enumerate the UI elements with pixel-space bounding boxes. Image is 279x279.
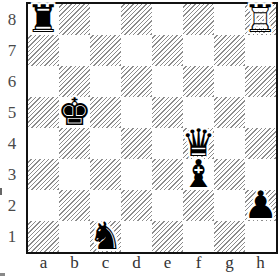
square-f8 xyxy=(183,4,214,35)
square-c3 xyxy=(90,159,121,190)
square-h4 xyxy=(245,128,276,159)
square-b1 xyxy=(59,221,90,252)
file-label-e: e xyxy=(152,253,183,273)
chess-diagram: 87654321 ♜♖♚♛♝♟♞ abcdefgh xyxy=(0,0,279,279)
rank-label-1: 1 xyxy=(0,221,24,252)
square-e2 xyxy=(152,190,183,221)
square-c7 xyxy=(90,35,121,66)
square-h8: ♖ xyxy=(245,4,276,35)
square-a8: ♜ xyxy=(28,4,59,35)
square-g6 xyxy=(214,66,245,97)
rank-label-3: 3 xyxy=(0,159,24,190)
chess-board: ♜♖♚♛♝♟♞ xyxy=(26,2,278,254)
square-c1: ♞ xyxy=(90,221,121,252)
square-g2 xyxy=(214,190,245,221)
square-e3 xyxy=(152,159,183,190)
file-label-h: h xyxy=(245,253,276,273)
square-b7 xyxy=(59,35,90,66)
square-a4 xyxy=(28,128,59,159)
black-queen-f4: ♛ xyxy=(181,128,215,159)
square-a5 xyxy=(28,97,59,128)
file-label-b: b xyxy=(59,253,90,273)
black-rook-a8: ♜ xyxy=(26,4,60,35)
square-f4: ♛ xyxy=(183,128,214,159)
square-c5 xyxy=(90,97,121,128)
square-d4 xyxy=(121,128,152,159)
black-bishop-f3: ♝ xyxy=(181,159,215,190)
square-g7 xyxy=(214,35,245,66)
rank-label-5: 5 xyxy=(0,97,24,128)
square-d7 xyxy=(121,35,152,66)
black-knight-c1: ♞ xyxy=(88,221,122,252)
square-d2 xyxy=(121,190,152,221)
page-edge-speck xyxy=(0,273,5,276)
file-label-a: a xyxy=(28,253,59,273)
square-d5 xyxy=(121,97,152,128)
square-d6 xyxy=(121,66,152,97)
square-h5 xyxy=(245,97,276,128)
square-c2 xyxy=(90,190,121,221)
square-b2 xyxy=(59,190,90,221)
square-b6 xyxy=(59,66,90,97)
file-label-d: d xyxy=(121,253,152,273)
white-rook-h8: ♖ xyxy=(243,4,277,35)
square-d3 xyxy=(121,159,152,190)
rank-label-4: 4 xyxy=(0,128,24,159)
file-label-c: c xyxy=(90,253,121,273)
square-c6 xyxy=(90,66,121,97)
square-g4 xyxy=(214,128,245,159)
square-a2 xyxy=(28,190,59,221)
rank-label-7: 7 xyxy=(0,35,24,66)
square-f7 xyxy=(183,35,214,66)
square-e4 xyxy=(152,128,183,159)
square-f6 xyxy=(183,66,214,97)
page-edge-speck xyxy=(0,188,2,195)
rank-label-2: 2 xyxy=(0,190,24,221)
square-f3: ♝ xyxy=(183,159,214,190)
square-c8 xyxy=(90,4,121,35)
square-h7 xyxy=(245,35,276,66)
square-f5 xyxy=(183,97,214,128)
square-a6 xyxy=(28,66,59,97)
square-g8 xyxy=(214,4,245,35)
square-d8 xyxy=(121,4,152,35)
file-labels: abcdefgh xyxy=(28,252,276,274)
square-e1 xyxy=(152,221,183,252)
file-label-g: g xyxy=(214,253,245,273)
square-g1 xyxy=(214,221,245,252)
square-f2 xyxy=(183,190,214,221)
square-g3 xyxy=(214,159,245,190)
square-e5 xyxy=(152,97,183,128)
square-e6 xyxy=(152,66,183,97)
square-a1 xyxy=(28,221,59,252)
black-king-b5: ♚ xyxy=(57,97,91,128)
file-label-f: f xyxy=(183,253,214,273)
black-pawn-h2: ♟ xyxy=(243,190,277,221)
square-b3 xyxy=(59,159,90,190)
square-a3 xyxy=(28,159,59,190)
square-b5: ♚ xyxy=(59,97,90,128)
square-h2: ♟ xyxy=(245,190,276,221)
rank-labels: 87654321 xyxy=(0,4,24,252)
square-g5 xyxy=(214,97,245,128)
square-f1 xyxy=(183,221,214,252)
square-h1 xyxy=(245,221,276,252)
square-h6 xyxy=(245,66,276,97)
rank-label-6: 6 xyxy=(0,66,24,97)
rank-label-8: 8 xyxy=(0,4,24,35)
square-c4 xyxy=(90,128,121,159)
square-e7 xyxy=(152,35,183,66)
square-a7 xyxy=(28,35,59,66)
square-b4 xyxy=(59,128,90,159)
square-e8 xyxy=(152,4,183,35)
square-b8 xyxy=(59,4,90,35)
square-d1 xyxy=(121,221,152,252)
square-h3 xyxy=(245,159,276,190)
